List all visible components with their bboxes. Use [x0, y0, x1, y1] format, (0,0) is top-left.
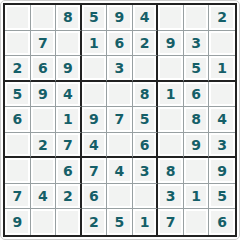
cell-r1c6[interactable]: 4 — [133, 5, 159, 31]
cell-r1c7[interactable] — [158, 5, 184, 31]
cell-r6c2[interactable]: 2 — [31, 133, 57, 159]
cell-r2c8[interactable]: 3 — [184, 31, 210, 57]
cell-r5c7[interactable] — [158, 107, 184, 133]
cell-r6c9[interactable]: 3 — [209, 133, 235, 159]
cell-r4c4[interactable] — [82, 82, 108, 108]
cell-r8c1[interactable]: 7 — [5, 184, 31, 210]
cell-r4c9[interactable] — [209, 82, 235, 108]
cell-r2c3[interactable] — [56, 31, 82, 57]
cell-r8c8[interactable]: 1 — [184, 184, 210, 210]
cell-r3c2[interactable]: 6 — [31, 56, 57, 82]
cell-r3c5[interactable]: 3 — [107, 56, 133, 82]
cell-r1c8[interactable] — [184, 5, 210, 31]
cell-r9c6[interactable]: 1 — [133, 209, 159, 235]
cell-r2c9[interactable] — [209, 31, 235, 57]
cell-r3c6[interactable] — [133, 56, 159, 82]
cell-r7c9[interactable]: 9 — [209, 158, 235, 184]
cell-r5c9[interactable]: 4 — [209, 107, 235, 133]
cell-r6c7[interactable] — [158, 133, 184, 159]
cell-r2c6[interactable]: 2 — [133, 31, 159, 57]
cell-r4c6[interactable]: 8 — [133, 82, 159, 108]
cell-r7c3[interactable]: 6 — [56, 158, 82, 184]
cell-r4c8[interactable]: 6 — [184, 82, 210, 108]
cell-r2c4[interactable]: 1 — [82, 31, 108, 57]
cell-r7c8[interactable] — [184, 158, 210, 184]
cell-r1c2[interactable] — [31, 5, 57, 31]
cell-r5c2[interactable] — [31, 107, 57, 133]
cell-r8c5[interactable] — [107, 184, 133, 210]
cell-r1c3[interactable]: 8 — [56, 5, 82, 31]
cell-r5c1[interactable]: 6 — [5, 107, 31, 133]
cell-r5c4[interactable]: 9 — [82, 107, 108, 133]
cell-r3c1[interactable]: 2 — [5, 56, 31, 82]
cell-r9c4[interactable]: 2 — [82, 209, 108, 235]
cell-r7c2[interactable] — [31, 158, 57, 184]
cell-r3c4[interactable] — [82, 56, 108, 82]
cell-r9c1[interactable]: 9 — [5, 209, 31, 235]
cell-r4c3[interactable]: 4 — [56, 82, 82, 108]
cell-r1c4[interactable]: 5 — [82, 5, 108, 31]
cell-r7c1[interactable] — [5, 158, 31, 184]
cell-r8c9[interactable]: 5 — [209, 184, 235, 210]
cell-r1c5[interactable]: 9 — [107, 5, 133, 31]
cell-r1c9[interactable]: 2 — [209, 5, 235, 31]
cell-r3c9[interactable]: 1 — [209, 56, 235, 82]
cell-r8c2[interactable]: 4 — [31, 184, 57, 210]
cell-r4c2[interactable]: 9 — [31, 82, 57, 108]
cell-r7c5[interactable]: 4 — [107, 158, 133, 184]
puzzle-frame: 8594271629326935159481661975842746936743… — [0, 0, 240, 240]
cell-r7c6[interactable]: 3 — [133, 158, 159, 184]
cell-r5c5[interactable]: 7 — [107, 107, 133, 133]
cell-r6c4[interactable]: 4 — [82, 133, 108, 159]
cell-r2c5[interactable]: 6 — [107, 31, 133, 57]
cell-r3c8[interactable]: 5 — [184, 56, 210, 82]
cell-r6c1[interactable] — [5, 133, 31, 159]
cell-r8c4[interactable]: 6 — [82, 184, 108, 210]
cell-r9c5[interactable]: 5 — [107, 209, 133, 235]
cell-r2c1[interactable] — [5, 31, 31, 57]
cell-r8c3[interactable]: 2 — [56, 184, 82, 210]
cell-r4c1[interactable]: 5 — [5, 82, 31, 108]
cell-r4c7[interactable]: 1 — [158, 82, 184, 108]
cell-r8c7[interactable]: 3 — [158, 184, 184, 210]
cell-r5c3[interactable]: 1 — [56, 107, 82, 133]
cell-r1c1[interactable] — [5, 5, 31, 31]
cell-r8c6[interactable] — [133, 184, 159, 210]
cell-r9c3[interactable] — [56, 209, 82, 235]
cell-r5c6[interactable]: 5 — [133, 107, 159, 133]
cell-r6c6[interactable]: 6 — [133, 133, 159, 159]
cell-r3c7[interactable] — [158, 56, 184, 82]
cell-r2c7[interactable]: 9 — [158, 31, 184, 57]
sudoku-board: 8594271629326935159481661975842746936743… — [3, 3, 237, 237]
cell-r6c5[interactable] — [107, 133, 133, 159]
cell-r2c2[interactable]: 7 — [31, 31, 57, 57]
cell-r6c3[interactable]: 7 — [56, 133, 82, 159]
cell-r9c2[interactable] — [31, 209, 57, 235]
cell-r3c3[interactable]: 9 — [56, 56, 82, 82]
cell-r5c8[interactable]: 8 — [184, 107, 210, 133]
cell-r7c7[interactable]: 8 — [158, 158, 184, 184]
cell-r7c4[interactable]: 7 — [82, 158, 108, 184]
cell-r9c8[interactable] — [184, 209, 210, 235]
cell-r4c5[interactable] — [107, 82, 133, 108]
cell-r9c9[interactable]: 6 — [209, 209, 235, 235]
cell-r6c8[interactable]: 9 — [184, 133, 210, 159]
cell-r9c7[interactable]: 7 — [158, 209, 184, 235]
